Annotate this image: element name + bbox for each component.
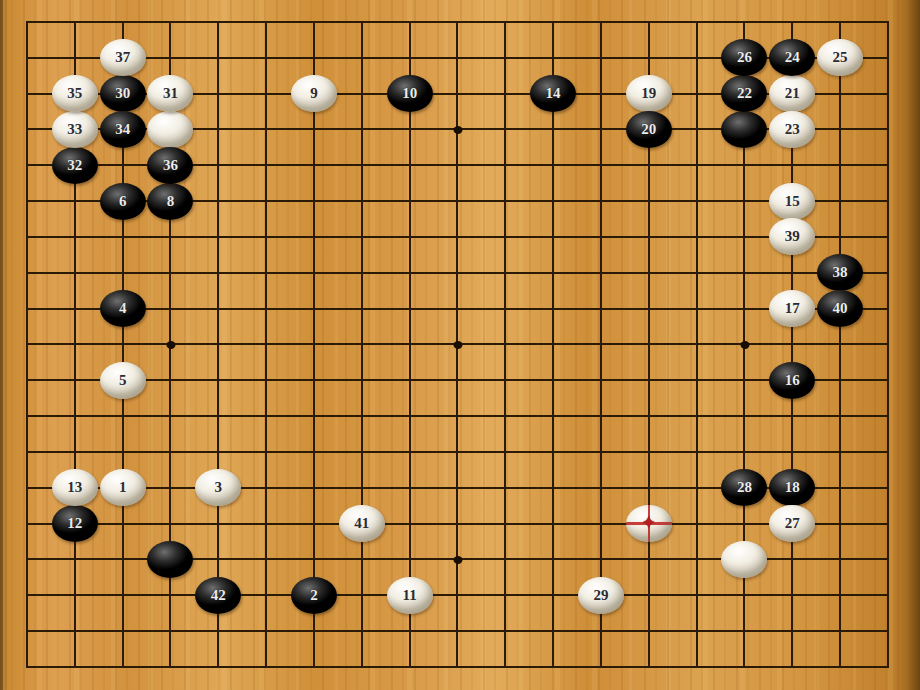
stone-white-33: 33: [52, 111, 98, 148]
stone-black-22: 22: [721, 75, 767, 112]
stone-move-number: 8: [167, 194, 175, 209]
stone-black-16: 16: [769, 362, 815, 399]
stone-move-number: 6: [119, 194, 127, 209]
stone-black-18: 18: [769, 469, 815, 506]
stone-black-setup: [721, 111, 767, 148]
stone-move-number: 10: [402, 86, 417, 101]
stone-move-number: 24: [785, 50, 800, 65]
stone-black-32: 32: [52, 147, 98, 184]
stone-move-number: 34: [115, 122, 130, 137]
stone-move-number: 33: [67, 122, 82, 137]
stone-black-6: 6: [100, 183, 146, 220]
stone-black-20: 20: [626, 111, 672, 148]
goban[interactable]: 1234568910111213141516171819202122232425…: [3, 4, 912, 685]
stone-move-number: 26: [737, 50, 752, 65]
stone-white-39: 39: [769, 218, 815, 255]
stone-black-2: 2: [291, 577, 337, 614]
stone-black-28: 28: [721, 469, 767, 506]
stone-black-12: 12: [52, 505, 98, 542]
stone-white-5: 5: [100, 362, 146, 399]
stone-black-setup: [147, 541, 193, 578]
stone-white-27: 27: [769, 505, 815, 542]
stone-move-number: 4: [119, 301, 127, 316]
stone-black-14: 14: [530, 75, 576, 112]
stone-move-number: 9: [310, 86, 318, 101]
stone-move-number: 18: [785, 480, 800, 495]
stone-black-30: 30: [100, 75, 146, 112]
stone-white-29: 29: [578, 577, 624, 614]
stone-black-38: 38: [817, 254, 863, 291]
stone-move-number: 20: [641, 122, 656, 137]
stone-black-8: 8: [147, 183, 193, 220]
stone-move-number: 27: [785, 516, 800, 531]
stone-move-number: 39: [785, 229, 800, 244]
stone-white-9: 9: [291, 75, 337, 112]
stone-white-21: 21: [769, 75, 815, 112]
stone-white-41: 41: [339, 505, 385, 542]
stone-white-25: 25: [817, 39, 863, 76]
stone-move-number: 32: [67, 158, 82, 173]
stone-move-number: 12: [67, 516, 82, 531]
stone-move-number: 11: [403, 588, 417, 603]
stone-move-number: 36: [163, 158, 178, 173]
stone-black-24: 24: [769, 39, 815, 76]
stone-white-19: 19: [626, 75, 672, 112]
stone-move-number: 37: [115, 50, 130, 65]
stone-move-number: 38: [833, 265, 848, 280]
stone-move-number: 35: [67, 86, 82, 101]
stone-white-last-move-marked: ✦: [626, 505, 672, 542]
stone-move-number: 1: [119, 480, 127, 495]
stone-move-number: 22: [737, 86, 752, 101]
stone-black-4: 4: [100, 290, 146, 327]
stone-white-15: 15: [769, 183, 815, 220]
stone-white-setup: [147, 111, 193, 148]
stone-move-number: 14: [546, 86, 561, 101]
stone-move-number: 31: [163, 86, 178, 101]
go-diagram: 1234568910111213141516171819202122232425…: [0, 0, 920, 690]
stone-white-1: 1: [100, 469, 146, 506]
stone-black-10: 10: [387, 75, 433, 112]
stone-white-17: 17: [769, 290, 815, 327]
stone-move-number: 13: [67, 480, 82, 495]
stone-move-number: 17: [785, 301, 800, 316]
stone-move-number: 41: [354, 516, 369, 531]
stone-move-number: 42: [211, 588, 226, 603]
stone-black-26: 26: [721, 39, 767, 76]
stone-move-number: 23: [785, 122, 800, 137]
stone-move-number: 21: [785, 86, 800, 101]
last-move-marker-icon: ✦: [641, 513, 657, 532]
stone-move-number: 30: [115, 86, 130, 101]
stone-move-number: 15: [785, 194, 800, 209]
stone-move-number: 5: [119, 373, 127, 388]
stone-black-40: 40: [817, 290, 863, 327]
stone-white-35: 35: [52, 75, 98, 112]
stone-white-23: 23: [769, 111, 815, 148]
stone-move-number: 2: [310, 588, 318, 603]
stone-move-number: 25: [833, 50, 848, 65]
stone-white-37: 37: [100, 39, 146, 76]
stone-white-11: 11: [387, 577, 433, 614]
stone-white-setup: [721, 541, 767, 578]
stone-move-number: 29: [593, 588, 608, 603]
stone-move-number: 19: [641, 86, 656, 101]
stone-move-number: 28: [737, 480, 752, 495]
stone-white-3: 3: [195, 469, 241, 506]
stone-black-34: 34: [100, 111, 146, 148]
stone-move-number: 40: [833, 301, 848, 316]
stone-black-36: 36: [147, 147, 193, 184]
stone-move-number: 16: [785, 373, 800, 388]
stone-white-13: 13: [52, 469, 98, 506]
stone-black-42: 42: [195, 577, 241, 614]
stone-move-number: 3: [215, 480, 223, 495]
stone-white-31: 31: [147, 75, 193, 112]
